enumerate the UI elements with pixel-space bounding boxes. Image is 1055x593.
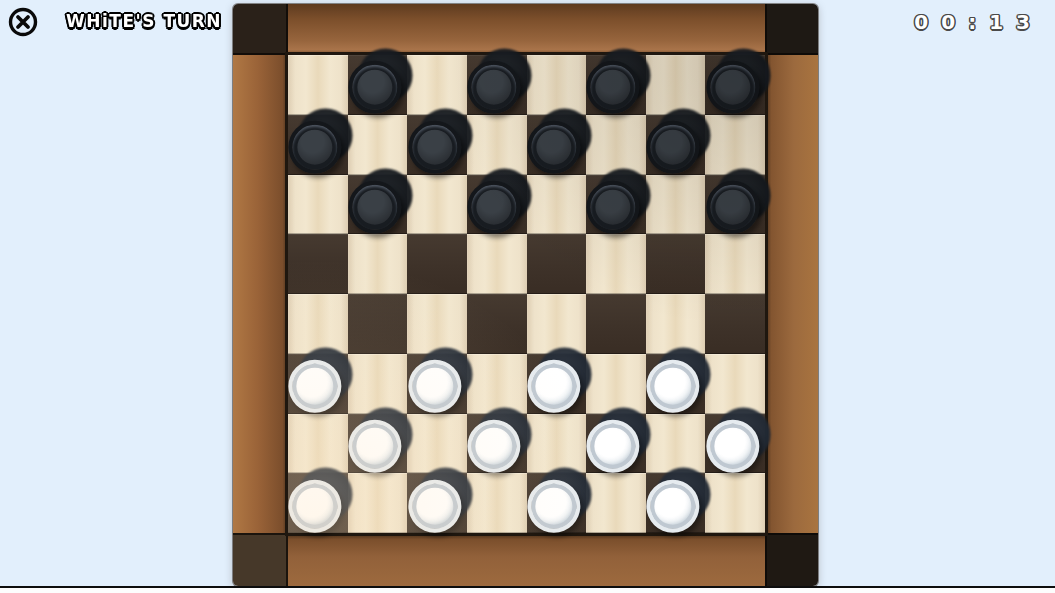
square-f3 xyxy=(586,354,646,414)
square-c2 xyxy=(407,414,467,474)
square-g5[interactable] xyxy=(646,234,706,294)
checker-white[interactable] xyxy=(530,357,583,410)
square-b6[interactable] xyxy=(348,175,408,235)
square-b5 xyxy=(348,234,408,294)
board-frame-left xyxy=(233,55,288,533)
square-c1[interactable] xyxy=(407,473,467,533)
square-a1[interactable] xyxy=(288,473,348,533)
square-a4 xyxy=(288,294,348,354)
checkers-board xyxy=(233,4,818,586)
square-f5 xyxy=(586,234,646,294)
checker-black[interactable] xyxy=(411,118,464,171)
square-d7 xyxy=(467,115,527,175)
square-g8 xyxy=(646,55,706,115)
square-e8 xyxy=(527,55,587,115)
square-c6 xyxy=(407,175,467,235)
square-h6[interactable] xyxy=(705,175,765,235)
checker-black-disc xyxy=(348,61,401,114)
square-g1[interactable] xyxy=(646,473,706,533)
square-g7[interactable] xyxy=(646,115,706,175)
checker-black[interactable] xyxy=(351,178,404,231)
board-frame-bottom xyxy=(288,533,765,586)
board-corner-bottom-left xyxy=(233,533,288,586)
checker-white[interactable] xyxy=(589,417,642,470)
square-f6[interactable] xyxy=(586,175,646,235)
square-b8[interactable] xyxy=(348,55,408,115)
checker-white[interactable] xyxy=(351,417,404,470)
checker-white-disc xyxy=(348,419,401,472)
square-f7 xyxy=(586,115,646,175)
checker-black-disc xyxy=(587,180,640,233)
square-h2[interactable] xyxy=(705,414,765,474)
square-d8[interactable] xyxy=(467,55,527,115)
square-d6[interactable] xyxy=(467,175,527,235)
board-corner-top-left xyxy=(233,4,288,55)
checker-white-disc xyxy=(587,419,640,472)
checker-white[interactable] xyxy=(530,477,583,530)
square-d3 xyxy=(467,354,527,414)
square-e4 xyxy=(527,294,587,354)
board-frame-top xyxy=(288,4,765,55)
square-e1[interactable] xyxy=(527,473,587,533)
square-e5[interactable] xyxy=(527,234,587,294)
square-a2 xyxy=(288,414,348,474)
square-b1 xyxy=(348,473,408,533)
checker-black[interactable] xyxy=(470,58,523,111)
checker-white-disc xyxy=(706,419,759,472)
square-b2[interactable] xyxy=(348,414,408,474)
square-a6 xyxy=(288,175,348,235)
checker-black-disc xyxy=(646,121,699,174)
game-timer: 00:13 xyxy=(914,10,1043,34)
checker-white[interactable] xyxy=(411,477,464,530)
checker-white[interactable] xyxy=(291,477,344,530)
square-f8[interactable] xyxy=(586,55,646,115)
checker-white-disc xyxy=(646,479,699,532)
checker-black-disc xyxy=(587,61,640,114)
checker-black[interactable] xyxy=(589,178,642,231)
square-b4[interactable] xyxy=(348,294,408,354)
checker-black-disc xyxy=(348,180,401,233)
checker-white[interactable] xyxy=(709,417,762,470)
checker-white[interactable] xyxy=(649,477,702,530)
checker-black-disc xyxy=(527,121,580,174)
board-corner-bottom-right xyxy=(765,533,818,586)
checker-white-disc xyxy=(289,479,342,532)
square-h8[interactable] xyxy=(705,55,765,115)
square-f2[interactable] xyxy=(586,414,646,474)
square-e7[interactable] xyxy=(527,115,587,175)
square-e2 xyxy=(527,414,587,474)
checker-white-disc xyxy=(468,419,521,472)
square-c3[interactable] xyxy=(407,354,467,414)
square-h7 xyxy=(705,115,765,175)
checker-black[interactable] xyxy=(649,118,702,171)
checker-white[interactable] xyxy=(291,357,344,410)
checker-black[interactable] xyxy=(709,58,762,111)
square-h4[interactable] xyxy=(705,294,765,354)
checker-white[interactable] xyxy=(470,417,523,470)
bottom-edge xyxy=(0,586,1055,593)
square-c4 xyxy=(407,294,467,354)
square-h3 xyxy=(705,354,765,414)
checker-black-disc xyxy=(706,61,759,114)
checker-black-disc xyxy=(706,180,759,233)
square-f1 xyxy=(586,473,646,533)
square-d4[interactable] xyxy=(467,294,527,354)
checker-black-disc xyxy=(468,61,521,114)
square-c8 xyxy=(407,55,467,115)
square-e3[interactable] xyxy=(527,354,587,414)
close-icon xyxy=(7,26,39,41)
square-a3[interactable] xyxy=(288,354,348,414)
square-g4 xyxy=(646,294,706,354)
square-g6 xyxy=(646,175,706,235)
checker-white-disc xyxy=(527,479,580,532)
checker-white[interactable] xyxy=(411,357,464,410)
checker-black-disc xyxy=(408,121,461,174)
square-c7[interactable] xyxy=(407,115,467,175)
board-corner-top-right xyxy=(765,4,818,55)
checker-black-disc xyxy=(468,180,521,233)
checker-white-disc xyxy=(408,479,461,532)
square-h5 xyxy=(705,234,765,294)
checker-white-disc xyxy=(527,360,580,413)
checker-black[interactable] xyxy=(530,118,583,171)
square-a5[interactable] xyxy=(288,234,348,294)
checker-black[interactable] xyxy=(351,58,404,111)
square-a7[interactable] xyxy=(288,115,348,175)
square-h1 xyxy=(705,473,765,533)
checker-black[interactable] xyxy=(291,118,344,171)
checker-white-disc xyxy=(646,360,699,413)
board-frame-right xyxy=(765,55,818,533)
square-d1 xyxy=(467,473,527,533)
checker-black[interactable] xyxy=(589,58,642,111)
square-g2 xyxy=(646,414,706,474)
square-d2[interactable] xyxy=(467,414,527,474)
square-c5[interactable] xyxy=(407,234,467,294)
checker-black[interactable] xyxy=(709,178,762,231)
checker-white-disc xyxy=(289,360,342,413)
square-f4[interactable] xyxy=(586,294,646,354)
square-e6 xyxy=(527,175,587,235)
square-a8 xyxy=(288,55,348,115)
game-screen: WHiTE'S TURN 00:13 xyxy=(0,0,1055,593)
checker-black[interactable] xyxy=(470,178,523,231)
square-g3[interactable] xyxy=(646,354,706,414)
checker-white-disc xyxy=(408,360,461,413)
close-button[interactable] xyxy=(7,6,39,38)
checker-white[interactable] xyxy=(649,357,702,410)
checker-black-disc xyxy=(289,121,342,174)
turn-indicator: WHiTE'S TURN xyxy=(66,10,222,32)
square-b3 xyxy=(348,354,408,414)
square-b7 xyxy=(348,115,408,175)
square-d5 xyxy=(467,234,527,294)
board-grid xyxy=(288,55,765,533)
